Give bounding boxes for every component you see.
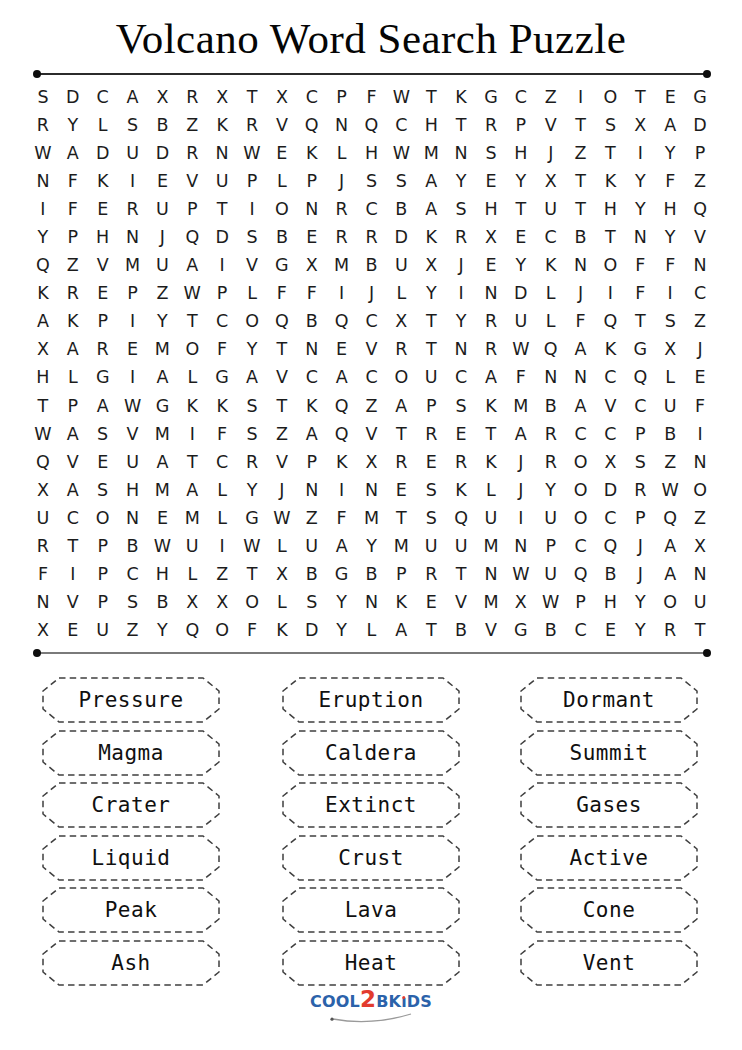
grid-cell-r7c22[interactable]: F <box>655 251 685 279</box>
grid-cell-r12c3[interactable]: A <box>88 392 118 420</box>
grid-cell-r3c16[interactable]: S <box>476 139 506 167</box>
grid-cell-r9c17[interactable]: U <box>506 307 536 335</box>
grid-cell-r17c16[interactable]: M <box>476 532 506 560</box>
grid-cell-r15c18[interactable]: Y <box>536 476 566 504</box>
grid-cell-r6c8[interactable]: S <box>237 223 267 251</box>
grid-cell-r11c17[interactable]: F <box>506 363 536 391</box>
grid-cell-r8c3[interactable]: E <box>88 279 118 307</box>
grid-cell-r7c21[interactable]: F <box>625 251 655 279</box>
grid-cell-r3c19[interactable]: Z <box>566 139 596 167</box>
grid-cell-r4c23[interactable]: Z <box>685 167 715 195</box>
grid-cell-r9c2[interactable]: K <box>58 307 88 335</box>
grid-cell-r3c7[interactable]: N <box>207 139 237 167</box>
grid-cell-r9c22[interactable]: S <box>655 307 685 335</box>
grid-cell-r4c11[interactable]: J <box>327 167 357 195</box>
grid-cell-r2c19[interactable]: T <box>566 111 596 139</box>
grid-cell-r5c22[interactable]: H <box>655 195 685 223</box>
grid-cell-r11c2[interactable]: L <box>58 363 88 391</box>
grid-cell-r15c19[interactable]: O <box>566 476 596 504</box>
grid-cell-r3c5[interactable]: D <box>147 139 177 167</box>
grid-cell-r10c17[interactable]: W <box>506 335 536 363</box>
grid-cell-r10c9[interactable]: T <box>267 335 297 363</box>
grid-cell-r4c6[interactable]: V <box>177 167 207 195</box>
grid-cell-r10c2[interactable]: A <box>58 335 88 363</box>
grid-cell-r10c4[interactable]: E <box>118 335 148 363</box>
grid-cell-r3c20[interactable]: T <box>596 139 626 167</box>
grid-cell-r19c9[interactable]: L <box>267 588 297 616</box>
grid-cell-r17c13[interactable]: M <box>386 532 416 560</box>
grid-cell-r11c13[interactable]: O <box>386 363 416 391</box>
grid-cell-r9c20[interactable]: Q <box>596 307 626 335</box>
grid-cell-r4c10[interactable]: P <box>297 167 327 195</box>
grid-cell-r3c2[interactable]: A <box>58 139 88 167</box>
grid-cell-r10c1[interactable]: X <box>28 335 58 363</box>
grid-cell-r15c22[interactable]: W <box>655 476 685 504</box>
grid-cell-r3c14[interactable]: M <box>416 139 446 167</box>
grid-cell-r3c17[interactable]: H <box>506 139 536 167</box>
grid-cell-r14c2[interactable]: V <box>58 448 88 476</box>
grid-cell-r15c3[interactable]: S <box>88 476 118 504</box>
grid-cell-r17c18[interactable]: P <box>536 532 566 560</box>
grid-cell-r10c20[interactable]: K <box>596 335 626 363</box>
grid-cell-r15c4[interactable]: H <box>118 476 148 504</box>
grid-cell-r11c14[interactable]: U <box>416 363 446 391</box>
grid-cell-r10c15[interactable]: N <box>446 335 476 363</box>
grid-cell-r6c9[interactable]: B <box>267 223 297 251</box>
grid-cell-r15c7[interactable]: L <box>207 476 237 504</box>
grid-cell-r11c12[interactable]: C <box>357 363 387 391</box>
grid-cell-r9c5[interactable]: Y <box>147 307 177 335</box>
grid-cell-r6c22[interactable]: Y <box>655 223 685 251</box>
grid-cell-r20c23[interactable]: T <box>685 616 715 644</box>
grid-cell-r19c8[interactable]: O <box>237 588 267 616</box>
grid-cell-r13c20[interactable]: C <box>596 420 626 448</box>
grid-cell-r16c21[interactable]: P <box>625 504 655 532</box>
word-pill-vent[interactable]: Vent <box>520 940 698 986</box>
grid-cell-r12c18[interactable]: B <box>536 392 566 420</box>
grid-cell-r14c22[interactable]: Z <box>655 448 685 476</box>
grid-cell-r6c21[interactable]: N <box>625 223 655 251</box>
grid-cell-r7c9[interactable]: G <box>267 251 297 279</box>
grid-cell-r5c2[interactable]: F <box>58 195 88 223</box>
grid-cell-r9c11[interactable]: Q <box>327 307 357 335</box>
grid-cell-r14c23[interactable]: N <box>685 448 715 476</box>
grid-cell-r5c4[interactable]: R <box>118 195 148 223</box>
grid-cell-r17c21[interactable]: J <box>625 532 655 560</box>
grid-cell-r6c14[interactable]: K <box>416 223 446 251</box>
grid-cell-r4c8[interactable]: P <box>237 167 267 195</box>
grid-cell-r3c3[interactable]: D <box>88 139 118 167</box>
grid-cell-r15c9[interactable]: J <box>267 476 297 504</box>
grid-cell-r8c2[interactable]: R <box>58 279 88 307</box>
grid-cell-r5c17[interactable]: T <box>506 195 536 223</box>
grid-cell-r7c19[interactable]: N <box>566 251 596 279</box>
grid-cell-r5c21[interactable]: Y <box>625 195 655 223</box>
grid-cell-r5c12[interactable]: C <box>357 195 387 223</box>
grid-cell-r8c15[interactable]: I <box>446 279 476 307</box>
grid-cell-r2c20[interactable]: S <box>596 111 626 139</box>
grid-cell-r17c15[interactable]: U <box>446 532 476 560</box>
grid-cell-r7c3[interactable]: V <box>88 251 118 279</box>
grid-cell-r4c16[interactable]: E <box>476 167 506 195</box>
grid-cell-r2c14[interactable]: H <box>416 111 446 139</box>
grid-cell-r11c15[interactable]: C <box>446 363 476 391</box>
grid-cell-r10c16[interactable]: R <box>476 335 506 363</box>
grid-cell-r7c23[interactable]: N <box>685 251 715 279</box>
grid-cell-r20c22[interactable]: R <box>655 616 685 644</box>
grid-cell-r11c18[interactable]: N <box>536 363 566 391</box>
grid-cell-r7c7[interactable]: I <box>207 251 237 279</box>
grid-cell-r9c4[interactable]: I <box>118 307 148 335</box>
grid-cell-r12c9[interactable]: T <box>267 392 297 420</box>
grid-cell-r9c14[interactable]: T <box>416 307 446 335</box>
grid-cell-r3c13[interactable]: W <box>386 139 416 167</box>
grid-cell-r10c5[interactable]: M <box>147 335 177 363</box>
grid-cell-r8c17[interactable]: D <box>506 279 536 307</box>
grid-cell-r1c13[interactable]: W <box>386 83 416 111</box>
grid-cell-r18c16[interactable]: N <box>476 560 506 588</box>
grid-cell-r17c3[interactable]: P <box>88 532 118 560</box>
grid-cell-r11c5[interactable]: A <box>147 363 177 391</box>
grid-cell-r13c23[interactable]: I <box>685 420 715 448</box>
grid-cell-r5c13[interactable]: B <box>386 195 416 223</box>
grid-cell-r3c1[interactable]: W <box>28 139 58 167</box>
grid-cell-r19c11[interactable]: Y <box>327 588 357 616</box>
grid-cell-r6c5[interactable]: J <box>147 223 177 251</box>
grid-cell-r17c23[interactable]: X <box>685 532 715 560</box>
grid-cell-r8c16[interactable]: N <box>476 279 506 307</box>
grid-cell-r20c2[interactable]: E <box>58 616 88 644</box>
grid-cell-r5c15[interactable]: S <box>446 195 476 223</box>
grid-cell-r5c3[interactable]: E <box>88 195 118 223</box>
grid-cell-r14c18[interactable]: R <box>536 448 566 476</box>
grid-cell-r17c8[interactable]: W <box>237 532 267 560</box>
grid-cell-r15c6[interactable]: A <box>177 476 207 504</box>
grid-cell-r2c15[interactable]: T <box>446 111 476 139</box>
grid-cell-r8c4[interactable]: P <box>118 279 148 307</box>
grid-cell-r14c4[interactable]: U <box>118 448 148 476</box>
grid-cell-r12c19[interactable]: A <box>566 392 596 420</box>
grid-cell-r3c9[interactable]: E <box>267 139 297 167</box>
grid-cell-r10c23[interactable]: J <box>685 335 715 363</box>
grid-cell-r1c3[interactable]: C <box>88 83 118 111</box>
grid-cell-r7c1[interactable]: Q <box>28 251 58 279</box>
grid-cell-r13c4[interactable]: V <box>118 420 148 448</box>
grid-cell-r17c7[interactable]: I <box>207 532 237 560</box>
word-pill-eruption[interactable]: Eruption <box>282 677 460 723</box>
grid-cell-r12c12[interactable]: Z <box>357 392 387 420</box>
grid-cell-r19c21[interactable]: Y <box>625 588 655 616</box>
grid-cell-r20c17[interactable]: G <box>506 616 536 644</box>
grid-cell-r15c23[interactable]: O <box>685 476 715 504</box>
grid-cell-r11c6[interactable]: L <box>177 363 207 391</box>
grid-cell-r18c20[interactable]: B <box>596 560 626 588</box>
grid-cell-r6c12[interactable]: R <box>357 223 387 251</box>
grid-cell-r20c12[interactable]: L <box>357 616 387 644</box>
grid-cell-r4c5[interactable]: E <box>147 167 177 195</box>
grid-cell-r10c14[interactable]: T <box>416 335 446 363</box>
grid-cell-r19c14[interactable]: E <box>416 588 446 616</box>
grid-cell-r5c18[interactable]: U <box>536 195 566 223</box>
grid-cell-r10c18[interactable]: Q <box>536 335 566 363</box>
grid-cell-r16c13[interactable]: T <box>386 504 416 532</box>
grid-cell-r13c14[interactable]: R <box>416 420 446 448</box>
grid-cell-r14c1[interactable]: Q <box>28 448 58 476</box>
grid-cell-r1c20[interactable]: O <box>596 83 626 111</box>
grid-cell-r6c17[interactable]: E <box>506 223 536 251</box>
grid-cell-r6c23[interactable]: V <box>685 223 715 251</box>
grid-cell-r4c3[interactable]: K <box>88 167 118 195</box>
grid-cell-r14c5[interactable]: A <box>147 448 177 476</box>
grid-cell-r17c2[interactable]: T <box>58 532 88 560</box>
grid-cell-r2c17[interactable]: P <box>506 111 536 139</box>
grid-cell-r2c10[interactable]: Q <box>297 111 327 139</box>
grid-cell-r10c6[interactable]: O <box>177 335 207 363</box>
grid-cell-r2c21[interactable]: X <box>625 111 655 139</box>
word-pill-liquid[interactable]: Liquid <box>42 835 220 881</box>
grid-cell-r12c20[interactable]: V <box>596 392 626 420</box>
grid-cell-r13c17[interactable]: A <box>506 420 536 448</box>
grid-cell-r6c13[interactable]: D <box>386 223 416 251</box>
word-pill-crust[interactable]: Crust <box>282 835 460 881</box>
word-pill-summit[interactable]: Summit <box>520 730 698 776</box>
grid-cell-r13c1[interactable]: W <box>28 420 58 448</box>
grid-cell-r9c15[interactable]: Y <box>446 307 476 335</box>
grid-cell-r17c10[interactable]: U <box>297 532 327 560</box>
grid-cell-r8c6[interactable]: W <box>177 279 207 307</box>
grid-cell-r17c5[interactable]: W <box>147 532 177 560</box>
grid-cell-r8c13[interactable]: L <box>386 279 416 307</box>
grid-cell-r1c14[interactable]: T <box>416 83 446 111</box>
grid-cell-r20c20[interactable]: E <box>596 616 626 644</box>
grid-cell-r5c20[interactable]: H <box>596 195 626 223</box>
grid-cell-r17c20[interactable]: Q <box>596 532 626 560</box>
grid-cell-r7c4[interactable]: M <box>118 251 148 279</box>
grid-cell-r2c4[interactable]: S <box>118 111 148 139</box>
grid-cell-r2c2[interactable]: Y <box>58 111 88 139</box>
grid-cell-r4c1[interactable]: N <box>28 167 58 195</box>
grid-cell-r4c14[interactable]: A <box>416 167 446 195</box>
grid-cell-r13c8[interactable]: S <box>237 420 267 448</box>
grid-cell-r12c1[interactable]: T <box>28 392 58 420</box>
grid-cell-r20c9[interactable]: K <box>267 616 297 644</box>
grid-cell-r14c9[interactable]: V <box>267 448 297 476</box>
grid-cell-r17c12[interactable]: Y <box>357 532 387 560</box>
grid-cell-r16c11[interactable]: F <box>327 504 357 532</box>
grid-cell-r5c7[interactable]: T <box>207 195 237 223</box>
grid-cell-r1c10[interactable]: C <box>297 83 327 111</box>
grid-cell-r14c10[interactable]: P <box>297 448 327 476</box>
grid-cell-r2c6[interactable]: Z <box>177 111 207 139</box>
grid-cell-r16c9[interactable]: W <box>267 504 297 532</box>
grid-cell-r19c23[interactable]: U <box>685 588 715 616</box>
grid-cell-r11c22[interactable]: L <box>655 363 685 391</box>
grid-cell-r20c3[interactable]: U <box>88 616 118 644</box>
grid-cell-r15c2[interactable]: A <box>58 476 88 504</box>
grid-cell-r17c1[interactable]: R <box>28 532 58 560</box>
grid-cell-r14c3[interactable]: E <box>88 448 118 476</box>
grid-cell-r16c23[interactable]: Z <box>685 504 715 532</box>
grid-cell-r8c5[interactable]: Z <box>147 279 177 307</box>
grid-cell-r1c12[interactable]: F <box>357 83 387 111</box>
grid-cell-r15c20[interactable]: D <box>596 476 626 504</box>
grid-cell-r18c11[interactable]: G <box>327 560 357 588</box>
grid-cell-r3c22[interactable]: Y <box>655 139 685 167</box>
grid-cell-r12c11[interactable]: Q <box>327 392 357 420</box>
grid-cell-r19c18[interactable]: W <box>536 588 566 616</box>
grid-cell-r9c21[interactable]: T <box>625 307 655 335</box>
grid-cell-r20c21[interactable]: Y <box>625 616 655 644</box>
grid-cell-r4c15[interactable]: Y <box>446 167 476 195</box>
grid-cell-r19c22[interactable]: O <box>655 588 685 616</box>
grid-cell-r19c17[interactable]: X <box>506 588 536 616</box>
grid-cell-r7c12[interactable]: B <box>357 251 387 279</box>
grid-cell-r3c12[interactable]: H <box>357 139 387 167</box>
grid-cell-r18c14[interactable]: R <box>416 560 446 588</box>
grid-cell-r7c16[interactable]: E <box>476 251 506 279</box>
grid-cell-r1c6[interactable]: R <box>177 83 207 111</box>
grid-cell-r20c8[interactable]: F <box>237 616 267 644</box>
word-pill-heat[interactable]: Heat <box>282 940 460 986</box>
grid-cell-r14c19[interactable]: O <box>566 448 596 476</box>
grid-cell-r2c3[interactable]: L <box>88 111 118 139</box>
grid-cell-r16c2[interactable]: C <box>58 504 88 532</box>
grid-cell-r13c21[interactable]: P <box>625 420 655 448</box>
word-pill-magma[interactable]: Magma <box>42 730 220 776</box>
grid-cell-r4c2[interactable]: F <box>58 167 88 195</box>
grid-cell-r17c11[interactable]: A <box>327 532 357 560</box>
grid-cell-r10c13[interactable]: R <box>386 335 416 363</box>
grid-cell-r1c21[interactable]: T <box>625 83 655 111</box>
grid-cell-r19c6[interactable]: X <box>177 588 207 616</box>
grid-cell-r12c4[interactable]: W <box>118 392 148 420</box>
grid-cell-r14c12[interactable]: X <box>357 448 387 476</box>
grid-cell-r15c17[interactable]: J <box>506 476 536 504</box>
grid-cell-r20c13[interactable]: A <box>386 616 416 644</box>
grid-cell-r11c19[interactable]: N <box>566 363 596 391</box>
grid-cell-r10c8[interactable]: Y <box>237 335 267 363</box>
grid-cell-r16c10[interactable]: Z <box>297 504 327 532</box>
grid-cell-r9c23[interactable]: Z <box>685 307 715 335</box>
grid-cell-r15c12[interactable]: N <box>357 476 387 504</box>
grid-cell-r11c3[interactable]: G <box>88 363 118 391</box>
grid-cell-r14c8[interactable]: R <box>237 448 267 476</box>
grid-cell-r2c5[interactable]: B <box>147 111 177 139</box>
grid-cell-r18c5[interactable]: H <box>147 560 177 588</box>
grid-cell-r16c4[interactable]: N <box>118 504 148 532</box>
grid-cell-r9c6[interactable]: T <box>177 307 207 335</box>
grid-cell-r11c9[interactable]: V <box>267 363 297 391</box>
grid-cell-r13c5[interactable]: M <box>147 420 177 448</box>
word-pill-peak[interactable]: Peak <box>42 887 220 933</box>
grid-cell-r10c21[interactable]: G <box>625 335 655 363</box>
grid-cell-r3c8[interactable]: W <box>237 139 267 167</box>
grid-cell-r4c18[interactable]: X <box>536 167 566 195</box>
grid-cell-r2c1[interactable]: R <box>28 111 58 139</box>
word-pill-extinct[interactable]: Extinct <box>282 782 460 828</box>
grid-cell-r1c16[interactable]: G <box>476 83 506 111</box>
grid-cell-r16c14[interactable]: S <box>416 504 446 532</box>
grid-cell-r13c22[interactable]: B <box>655 420 685 448</box>
grid-cell-r8c9[interactable]: F <box>267 279 297 307</box>
grid-cell-r6c11[interactable]: R <box>327 223 357 251</box>
grid-cell-r13c16[interactable]: T <box>476 420 506 448</box>
grid-cell-r20c7[interactable]: O <box>207 616 237 644</box>
grid-cell-r20c19[interactable]: C <box>566 616 596 644</box>
grid-cell-r1c5[interactable]: X <box>147 83 177 111</box>
grid-cell-r6c6[interactable]: Q <box>177 223 207 251</box>
grid-cell-r6c10[interactable]: E <box>297 223 327 251</box>
grid-cell-r9c12[interactable]: C <box>357 307 387 335</box>
grid-cell-r19c1[interactable]: N <box>28 588 58 616</box>
grid-cell-r12c14[interactable]: P <box>416 392 446 420</box>
grid-cell-r12c17[interactable]: M <box>506 392 536 420</box>
grid-cell-r14c13[interactable]: R <box>386 448 416 476</box>
grid-cell-r3c21[interactable]: I <box>625 139 655 167</box>
grid-cell-r18c13[interactable]: P <box>386 560 416 588</box>
grid-cell-r8c20[interactable]: I <box>596 279 626 307</box>
grid-cell-r13c13[interactable]: T <box>386 420 416 448</box>
grid-cell-r2c22[interactable]: A <box>655 111 685 139</box>
grid-cell-r18c8[interactable]: T <box>237 560 267 588</box>
grid-cell-r10c11[interactable]: E <box>327 335 357 363</box>
grid-cell-r9c3[interactable]: P <box>88 307 118 335</box>
grid-cell-r1c15[interactable]: K <box>446 83 476 111</box>
grid-cell-r10c12[interactable]: V <box>357 335 387 363</box>
grid-cell-r12c2[interactable]: P <box>58 392 88 420</box>
grid-cell-r7c13[interactable]: U <box>386 251 416 279</box>
grid-cell-r1c1[interactable]: S <box>28 83 58 111</box>
grid-cell-r12c7[interactable]: K <box>207 392 237 420</box>
grid-cell-r14c20[interactable]: X <box>596 448 626 476</box>
grid-cell-r12c21[interactable]: C <box>625 392 655 420</box>
grid-cell-r11c1[interactable]: H <box>28 363 58 391</box>
grid-cell-r19c7[interactable]: X <box>207 588 237 616</box>
word-pill-caldera[interactable]: Caldera <box>282 730 460 776</box>
grid-cell-r6c18[interactable]: C <box>536 223 566 251</box>
grid-cell-r13c2[interactable]: A <box>58 420 88 448</box>
grid-cell-r19c4[interactable]: S <box>118 588 148 616</box>
grid-cell-r4c22[interactable]: F <box>655 167 685 195</box>
grid-cell-r1c22[interactable]: E <box>655 83 685 111</box>
grid-cell-r18c7[interactable]: Z <box>207 560 237 588</box>
grid-cell-r10c3[interactable]: R <box>88 335 118 363</box>
grid-cell-r6c3[interactable]: H <box>88 223 118 251</box>
grid-cell-r8c1[interactable]: K <box>28 279 58 307</box>
grid-cell-r7c11[interactable]: M <box>327 251 357 279</box>
grid-cell-r8c21[interactable]: F <box>625 279 655 307</box>
grid-cell-r17c6[interactable]: U <box>177 532 207 560</box>
grid-cell-r13c7[interactable]: F <box>207 420 237 448</box>
word-pill-pressure[interactable]: Pressure <box>42 677 220 723</box>
grid-cell-r8c7[interactable]: P <box>207 279 237 307</box>
grid-cell-r2c7[interactable]: K <box>207 111 237 139</box>
grid-cell-r15c15[interactable]: K <box>446 476 476 504</box>
grid-cell-r19c19[interactable]: P <box>566 588 596 616</box>
grid-cell-r1c18[interactable]: Z <box>536 83 566 111</box>
grid-cell-r4c19[interactable]: T <box>566 167 596 195</box>
grid-cell-r15c10[interactable]: N <box>297 476 327 504</box>
grid-cell-r20c4[interactable]: Z <box>118 616 148 644</box>
grid-cell-r2c9[interactable]: V <box>267 111 297 139</box>
grid-cell-r10c19[interactable]: A <box>566 335 596 363</box>
grid-cell-r18c9[interactable]: X <box>267 560 297 588</box>
grid-cell-r11c16[interactable]: A <box>476 363 506 391</box>
grid-cell-r18c19[interactable]: Q <box>566 560 596 588</box>
grid-cell-r16c3[interactable]: O <box>88 504 118 532</box>
word-pill-lava[interactable]: Lava <box>282 887 460 933</box>
grid-cell-r6c15[interactable]: R <box>446 223 476 251</box>
